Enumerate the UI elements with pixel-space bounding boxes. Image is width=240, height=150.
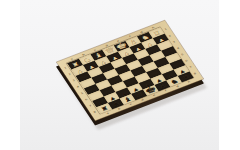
board-field: ♜♞♝♛♚♝♞♜♟♟♟♟♟♟♟♟♟♟♟♟♟♟♟♟♜♞♝♛♚♝♞♜	[67, 27, 193, 113]
chess-board: ♜♞♝♛♚♝♞♜♟♟♟♟♟♟♟♟♟♟♟♟♟♟♟♟♜♞♝♛♚♝♞♜ aabbccd…	[56, 20, 204, 121]
chess-set-photo: ♜♞♝♛♚♝♞♜♟♟♟♟♟♟♟♟♟♟♟♟♟♟♟♟♜♞♝♛♚♝♞♜ aabbccd…	[0, 0, 240, 150]
photo-background: ♜♞♝♛♚♝♞♜♟♟♟♟♟♟♟♟♟♟♟♟♟♟♟♟♜♞♝♛♚♝♞♜ aabbccd…	[20, 0, 219, 150]
